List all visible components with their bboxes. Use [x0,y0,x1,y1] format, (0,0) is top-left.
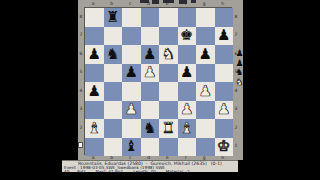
black-pawn-c5: ♟ [125,65,138,80]
square-h4 [215,82,234,101]
square-a7 [85,27,104,46]
white-bishop-f2: ♝ [180,121,193,136]
square-a8 [85,8,104,27]
square-b8: ♜ [104,8,123,27]
black-rook-b8: ♜ [106,10,119,25]
square-c4 [122,82,141,101]
letterbox-left [0,0,78,180]
square-f1 [178,138,197,157]
square-d6: ♟ [141,45,160,64]
black-pawn-g6: ♟ [199,47,212,62]
square-a6: ♟ [85,45,104,64]
square-d3 [141,101,160,120]
rank-label-8: 8 [233,7,239,26]
white-knight-e6: ♞ [162,47,175,62]
square-f3: ♟ [178,101,197,120]
square-h8 [215,8,234,27]
black-pawn-a4: ♟ [88,84,101,99]
square-f4 [178,82,197,101]
square-b6: ♞ [104,45,123,64]
square-b4 [104,82,123,101]
square-b7 [104,27,123,46]
square-g4: ♟ [196,82,215,101]
rank-label-3: 3 [233,100,239,119]
square-g7 [196,27,215,46]
square-c3: ♟ [122,101,141,120]
white-bishop-a2: ♝ [88,121,101,136]
square-b2 [104,119,123,138]
white-pawn-h3: ♟ [217,102,230,117]
square-b3 [104,101,123,120]
black-pawn-h7: ♟ [217,28,230,43]
square-h2 [215,119,234,138]
captured-white-knight-icon: ♞ [235,78,243,88]
square-c2 [122,119,141,138]
square-e5 [159,64,178,83]
white-to-move-indicator [78,142,83,148]
square-f6 [178,45,197,64]
black-pawn-d6: ♟ [143,47,156,62]
material-balance: Material: -2 [166,170,190,174]
last-move: 40. ... Nd2 [64,170,86,174]
caption-bar: Rozentalis, Eduardas (2580)-Gurevich, Mi… [62,160,238,172]
black-knight-b6: ♞ [106,47,119,62]
black-bishop-c1: ♝ [125,139,138,154]
square-e4 [159,82,178,101]
game-length: Length: 70 [133,170,156,174]
square-f7: ♚ [178,27,197,46]
white-pawn-c3: ♟ [125,102,138,117]
square-a5 [85,64,104,83]
square-f5: ♟ [178,64,197,83]
black-king-f7: ♚ [180,28,193,43]
video-frame: abcdefgh abcdefgh 87654321 87654321 ♜♚♟♟… [0,0,320,180]
square-c1: ♝ [122,138,141,157]
square-g2 [196,119,215,138]
square-d8 [141,8,160,27]
square-c6 [122,45,141,64]
black-pawn-a6: ♟ [88,47,101,62]
square-e8 [159,8,178,27]
square-d4 [141,82,160,101]
square-e6: ♞ [159,45,178,64]
square-h7: ♟ [215,27,234,46]
square-h6 [215,45,234,64]
white-pawn-d5: ♟ [143,65,156,80]
square-c5: ♟ [122,64,141,83]
square-d2: ♞ [141,119,160,138]
square-g8 [196,8,215,27]
square-a3 [85,101,104,120]
square-a4: ♟ [85,82,104,101]
rank-label-7: 7 [233,26,239,45]
square-e1 [159,138,178,157]
square-h3: ♟ [215,101,234,120]
square-h5 [215,64,234,83]
white-pawn-f3: ♟ [180,102,193,117]
square-f2: ♝ [178,119,197,138]
square-a2: ♝ [85,119,104,138]
white-pawn-g4: ♟ [199,84,212,99]
rank-label-2: 2 [233,118,239,137]
square-e2: ♜ [159,119,178,138]
captured-material-display: ♟♟♞♞ [235,49,244,87]
square-h1: ♚ [215,138,234,157]
game-result: (0-1) [211,161,222,166]
square-d1 [141,138,160,157]
square-e3 [159,101,178,120]
letterbox-right [243,0,320,180]
white-king-h1: ♚ [217,139,230,154]
move-status-line: 40. ... Nd2 Next: 41.Bg1 Length: 70 Mate… [62,170,238,174]
square-d7 [141,27,160,46]
black-knight-d2: ♞ [143,121,156,136]
square-g3 [196,101,215,120]
square-c7 [122,27,141,46]
square-e7 [159,27,178,46]
chess-board: ♜♚♟♟♞♟♞♟♟♟♟♟♟♟♟♟♝♞♜♝♝♚ [84,7,232,155]
black-pawn-f5: ♟ [180,65,193,80]
rank-label-1: 1 [233,137,239,156]
square-b1 [104,138,123,157]
square-f8 [178,8,197,27]
square-g6: ♟ [196,45,215,64]
square-g5 [196,64,215,83]
square-g1 [196,138,215,157]
square-d5: ♟ [141,64,160,83]
square-b5 [104,64,123,83]
square-a1 [85,138,104,157]
square-c8 [122,8,141,27]
next-move: Next: 41.Bg1 [96,170,123,174]
white-rook-e2: ♜ [162,121,175,136]
